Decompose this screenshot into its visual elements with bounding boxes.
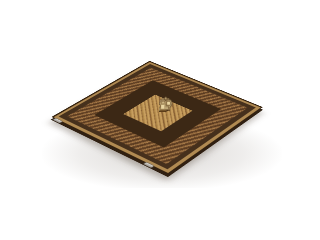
frame-inner-zigzag-trim: ♜♞♝♛♚♝♞♜♟♟♟♟♟♟♟♟♟♟♟♟♟♟♟♟♜♞♝♛♚♝♞♜ xyxy=(123,94,192,131)
frame-groove: ♜♞♝♛♚♝♞♜♟♟♟♟♟♟♟♟♟♟♟♟♟♟♟♟♜♞♝♛♚♝♞♜ xyxy=(94,80,221,147)
